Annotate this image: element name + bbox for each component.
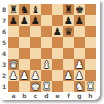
file-label-d: d <box>41 92 52 100</box>
square-b6[interactable] <box>19 26 30 37</box>
square-d4[interactable] <box>41 48 52 59</box>
rank-label-4: 4 <box>0 48 8 59</box>
square-e3[interactable] <box>52 59 63 70</box>
black-pawn: ♟ <box>52 26 63 37</box>
square-d3[interactable]: ♝ <box>41 59 52 70</box>
file-label-b: b <box>19 92 30 100</box>
square-c6[interactable] <box>30 26 41 37</box>
square-c5[interactable] <box>30 37 41 48</box>
black-knight: ♞ <box>19 4 30 15</box>
square-e7[interactable] <box>52 15 63 26</box>
square-f7[interactable]: ♟ <box>63 15 74 26</box>
square-g5[interactable] <box>74 37 85 48</box>
rank-label-7: 7 <box>0 15 8 26</box>
file-label-c: c <box>30 92 41 100</box>
white-pawn: ♟ <box>74 59 85 70</box>
square-f5[interactable] <box>63 37 74 48</box>
black-pawn: ♟ <box>8 15 19 26</box>
rank-label-3: 3 <box>0 59 8 70</box>
square-e4[interactable] <box>52 48 63 59</box>
square-h6[interactable] <box>85 26 96 37</box>
square-g7[interactable]: ♟ <box>74 15 85 26</box>
white-pawn: ♟ <box>63 70 74 81</box>
square-g6[interactable] <box>74 26 85 37</box>
rank-label-8: 8 <box>0 4 8 15</box>
square-g1[interactable]: ♞ <box>74 81 85 92</box>
square-f1[interactable] <box>63 81 74 92</box>
square-g3[interactable]: ♟ <box>74 59 85 70</box>
square-h4[interactable] <box>85 48 96 59</box>
white-king: ♚ <box>30 81 41 92</box>
square-h7[interactable] <box>85 15 96 26</box>
square-h2[interactable] <box>85 70 96 81</box>
square-e2[interactable] <box>52 70 63 81</box>
rank-labels: 87654321 <box>0 4 8 92</box>
black-rook: ♜ <box>63 4 74 15</box>
file-label-f: f <box>63 92 74 100</box>
square-c1[interactable]: ♚ <box>30 81 41 92</box>
white-bishop: ♝ <box>41 59 52 70</box>
white-knight: ♞ <box>74 81 85 92</box>
square-d7[interactable] <box>41 15 52 26</box>
square-a3[interactable]: ♛ <box>8 59 19 70</box>
square-b1[interactable] <box>19 81 30 92</box>
white-queen: ♛ <box>8 59 19 70</box>
black-king: ♚ <box>74 4 85 15</box>
square-h5[interactable] <box>85 37 96 48</box>
white-pawn: ♟ <box>19 70 30 81</box>
square-b8[interactable]: ♞ <box>19 4 30 15</box>
square-a1[interactable] <box>8 81 19 92</box>
square-a6[interactable] <box>8 26 19 37</box>
square-d1[interactable]: ♜ <box>41 81 52 92</box>
black-rook: ♜ <box>8 4 19 15</box>
square-h8[interactable] <box>85 4 96 15</box>
square-c7[interactable]: ♟ <box>30 15 41 26</box>
square-f6[interactable]: ♛ <box>63 26 74 37</box>
white-rook: ♜ <box>85 81 96 92</box>
square-e5[interactable] <box>52 37 63 48</box>
square-e8[interactable] <box>52 4 63 15</box>
file-label-g: g <box>74 92 85 100</box>
square-f4[interactable] <box>63 48 74 59</box>
square-f2[interactable]: ♟ <box>63 70 74 81</box>
black-pawn: ♟ <box>30 15 41 26</box>
square-d6[interactable] <box>41 26 52 37</box>
square-a4[interactable] <box>8 48 19 59</box>
file-label-e: e <box>52 92 63 100</box>
white-rook: ♜ <box>41 81 52 92</box>
square-b4[interactable] <box>19 48 30 59</box>
black-pawn: ♟ <box>63 15 74 26</box>
rank-label-5: 5 <box>0 37 8 48</box>
rank-label-1: 1 <box>0 81 8 92</box>
square-d2[interactable] <box>41 70 52 81</box>
file-label-a: a <box>8 92 19 100</box>
chess-board: ♜♞♝♜♚♟♟♟♟♟♟♛♛♝♟♟♟♟♟♟♚♜♞♜ <box>8 4 96 92</box>
square-b3[interactable] <box>19 59 30 70</box>
black-pawn: ♟ <box>74 15 85 26</box>
square-c2[interactable]: ♟ <box>30 70 41 81</box>
square-f8[interactable]: ♜ <box>63 4 74 15</box>
square-f3[interactable] <box>63 59 74 70</box>
square-c8[interactable]: ♝ <box>30 4 41 15</box>
square-d5[interactable] <box>41 37 52 48</box>
file-labels: abcdefgh <box>8 92 96 100</box>
rank-label-6: 6 <box>0 26 8 37</box>
square-a5[interactable] <box>8 37 19 48</box>
square-e6[interactable]: ♟ <box>52 26 63 37</box>
square-c3[interactable] <box>30 59 41 70</box>
square-b7[interactable]: ♟ <box>19 15 30 26</box>
chess-diagram-card: 87654321 ♜♞♝♜♚♟♟♟♟♟♟♛♛♝♟♟♟♟♟♟♚♜♞♜ abcdef… <box>0 0 100 100</box>
square-a7[interactable]: ♟ <box>8 15 19 26</box>
square-a2[interactable]: ♟ <box>8 70 19 81</box>
square-a8[interactable]: ♜ <box>8 4 19 15</box>
square-h3[interactable] <box>85 59 96 70</box>
black-pawn: ♟ <box>19 15 30 26</box>
white-pawn: ♟ <box>8 70 19 81</box>
black-queen: ♛ <box>63 26 74 37</box>
square-c4[interactable] <box>30 48 41 59</box>
square-g2[interactable]: ♟ <box>74 70 85 81</box>
white-pawn: ♟ <box>30 70 41 81</box>
square-g8[interactable]: ♚ <box>74 4 85 15</box>
square-b2[interactable]: ♟ <box>19 70 30 81</box>
square-h1[interactable]: ♜ <box>85 81 96 92</box>
rank-label-2: 2 <box>0 70 8 81</box>
white-pawn: ♟ <box>74 70 85 81</box>
square-e1[interactable] <box>52 81 63 92</box>
square-d8[interactable] <box>41 4 52 15</box>
file-label-h: h <box>85 92 96 100</box>
square-g4[interactable] <box>74 48 85 59</box>
black-bishop: ♝ <box>30 4 41 15</box>
square-b5[interactable] <box>19 37 30 48</box>
